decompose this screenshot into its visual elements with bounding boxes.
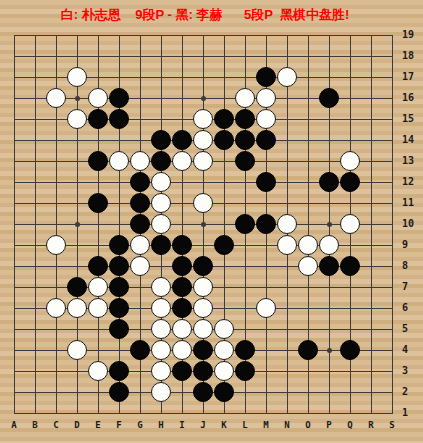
white-stone[interactable]: [340, 214, 360, 234]
white-stone[interactable]: [151, 319, 171, 339]
star-point: [201, 222, 206, 227]
column-label: J: [196, 420, 210, 430]
row-label: 12: [402, 176, 422, 187]
black-stone[interactable]: [319, 88, 339, 108]
black-stone[interactable]: [172, 235, 192, 255]
star-point: [75, 96, 80, 101]
black-stone[interactable]: [214, 130, 234, 150]
white-stone[interactable]: [277, 214, 297, 234]
black-stone[interactable]: [67, 277, 87, 297]
column-label: B: [28, 420, 42, 430]
row-label: 2: [402, 386, 422, 397]
black-stone[interactable]: [88, 109, 108, 129]
white-stone[interactable]: [151, 382, 171, 402]
white-stone[interactable]: [172, 340, 192, 360]
black-stone[interactable]: [193, 256, 213, 276]
white-stone[interactable]: [193, 277, 213, 297]
black-stone[interactable]: [340, 340, 360, 360]
white-stone[interactable]: [256, 109, 276, 129]
black-stone[interactable]: [151, 235, 171, 255]
row-label: 11: [402, 197, 422, 208]
black-stone[interactable]: [172, 130, 192, 150]
column-label: S: [385, 420, 399, 430]
white-stone[interactable]: [319, 235, 339, 255]
black-stone[interactable]: [109, 88, 129, 108]
black-stone[interactable]: [109, 298, 129, 318]
black-stone[interactable]: [172, 298, 192, 318]
black-stone[interactable]: [130, 193, 150, 213]
black-stone[interactable]: [256, 172, 276, 192]
go-app-window: 白: 朴志恩 9段P - 黑: 李赫 5段P 黑棋中盘胜! ABCDEFGHIJ…: [0, 0, 423, 443]
white-stone[interactable]: [88, 277, 108, 297]
column-label: G: [133, 420, 147, 430]
white-stone[interactable]: [130, 235, 150, 255]
column-label: K: [217, 420, 231, 430]
white-stone[interactable]: [46, 235, 66, 255]
black-stone[interactable]: [88, 151, 108, 171]
white-stone[interactable]: [67, 298, 87, 318]
white-stone[interactable]: [193, 319, 213, 339]
black-stone[interactable]: [151, 130, 171, 150]
white-stone[interactable]: [277, 67, 297, 87]
black-stone[interactable]: [319, 172, 339, 192]
column-label: I: [175, 420, 189, 430]
column-label: Q: [343, 420, 357, 430]
black-stone[interactable]: [109, 319, 129, 339]
row-label: 1: [402, 407, 422, 418]
black-stone[interactable]: [109, 235, 129, 255]
black-stone[interactable]: [214, 235, 234, 255]
column-label: A: [7, 420, 21, 430]
black-stone[interactable]: [214, 382, 234, 402]
black-stone[interactable]: [256, 130, 276, 150]
row-label: 10: [402, 218, 422, 229]
white-stone[interactable]: [151, 214, 171, 234]
black-stone[interactable]: [214, 109, 234, 129]
white-stone[interactable]: [193, 109, 213, 129]
white-stone[interactable]: [193, 130, 213, 150]
black-stone[interactable]: [256, 67, 276, 87]
black-stone[interactable]: [235, 151, 255, 171]
black-stone[interactable]: [235, 214, 255, 234]
white-stone[interactable]: [298, 256, 318, 276]
row-label: 8: [402, 260, 422, 271]
white-stone[interactable]: [151, 172, 171, 192]
black-stone[interactable]: [172, 361, 192, 381]
black-stone[interactable]: [109, 382, 129, 402]
black-stone[interactable]: [130, 172, 150, 192]
column-label: H: [154, 420, 168, 430]
black-stone[interactable]: [130, 340, 150, 360]
black-stone[interactable]: [319, 256, 339, 276]
white-stone[interactable]: [256, 88, 276, 108]
star-point: [201, 96, 206, 101]
column-label: O: [301, 420, 315, 430]
star-point: [327, 348, 332, 353]
row-label: 18: [402, 50, 422, 61]
black-stone[interactable]: [109, 361, 129, 381]
white-stone[interactable]: [172, 151, 192, 171]
column-label: P: [322, 420, 336, 430]
white-stone[interactable]: [88, 361, 108, 381]
white-stone[interactable]: [193, 298, 213, 318]
black-stone[interactable]: [193, 340, 213, 360]
column-label: C: [49, 420, 63, 430]
row-label: 3: [402, 365, 422, 376]
column-label: N: [280, 420, 294, 430]
white-stone[interactable]: [193, 193, 213, 213]
white-stone[interactable]: [130, 256, 150, 276]
row-label: 13: [402, 155, 422, 166]
white-stone[interactable]: [67, 67, 87, 87]
black-stone[interactable]: [235, 340, 255, 360]
black-stone[interactable]: [130, 214, 150, 234]
white-stone[interactable]: [151, 361, 171, 381]
row-label: 5: [402, 323, 422, 334]
white-stone[interactable]: [214, 319, 234, 339]
column-label: L: [238, 420, 252, 430]
white-stone[interactable]: [193, 151, 213, 171]
black-stone[interactable]: [109, 109, 129, 129]
row-label: 7: [402, 281, 422, 292]
black-stone[interactable]: [88, 193, 108, 213]
white-stone[interactable]: [235, 88, 255, 108]
grid-line: [371, 35, 372, 414]
white-stone[interactable]: [151, 193, 171, 213]
white-stone[interactable]: [88, 298, 108, 318]
black-stone[interactable]: [298, 340, 318, 360]
star-point: [327, 222, 332, 227]
white-stone[interactable]: [298, 235, 318, 255]
black-stone[interactable]: [340, 256, 360, 276]
black-stone[interactable]: [193, 361, 213, 381]
white-stone[interactable]: [151, 340, 171, 360]
white-stone[interactable]: [151, 298, 171, 318]
star-point: [75, 222, 80, 227]
black-stone[interactable]: [151, 151, 171, 171]
white-stone[interactable]: [109, 151, 129, 171]
column-label: M: [259, 420, 273, 430]
grid-line: [14, 413, 393, 414]
white-stone[interactable]: [67, 340, 87, 360]
row-label: 19: [402, 29, 422, 40]
black-stone[interactable]: [235, 109, 255, 129]
row-label: 4: [402, 344, 422, 355]
column-label: D: [70, 420, 84, 430]
white-stone[interactable]: [130, 151, 150, 171]
white-stone[interactable]: [256, 298, 276, 318]
white-stone[interactable]: [46, 88, 66, 108]
white-stone[interactable]: [46, 298, 66, 318]
black-stone[interactable]: [109, 277, 129, 297]
black-stone[interactable]: [256, 214, 276, 234]
row-label: 16: [402, 92, 422, 103]
white-stone[interactable]: [277, 235, 297, 255]
black-stone[interactable]: [235, 130, 255, 150]
white-stone[interactable]: [214, 340, 234, 360]
white-stone[interactable]: [67, 109, 87, 129]
column-label: E: [91, 420, 105, 430]
row-label: 17: [402, 71, 422, 82]
row-label: 14: [402, 134, 422, 145]
row-label: 9: [402, 239, 422, 250]
black-stone[interactable]: [193, 382, 213, 402]
black-stone[interactable]: [172, 277, 192, 297]
white-stone[interactable]: [151, 277, 171, 297]
black-stone[interactable]: [88, 256, 108, 276]
black-stone[interactable]: [109, 256, 129, 276]
game-info-header: 白: 朴志恩 9段P - 黑: 李赫 5段P 黑棋中盘胜!: [0, 6, 410, 24]
black-stone[interactable]: [235, 361, 255, 381]
white-stone[interactable]: [214, 361, 234, 381]
column-label: R: [364, 420, 378, 430]
grid-line: [392, 35, 393, 414]
white-stone[interactable]: [340, 151, 360, 171]
row-label: 15: [402, 113, 422, 124]
black-stone[interactable]: [340, 172, 360, 192]
column-label: F: [112, 420, 126, 430]
white-stone[interactable]: [88, 88, 108, 108]
black-stone[interactable]: [172, 256, 192, 276]
row-label: 6: [402, 302, 422, 313]
white-stone[interactable]: [172, 319, 192, 339]
